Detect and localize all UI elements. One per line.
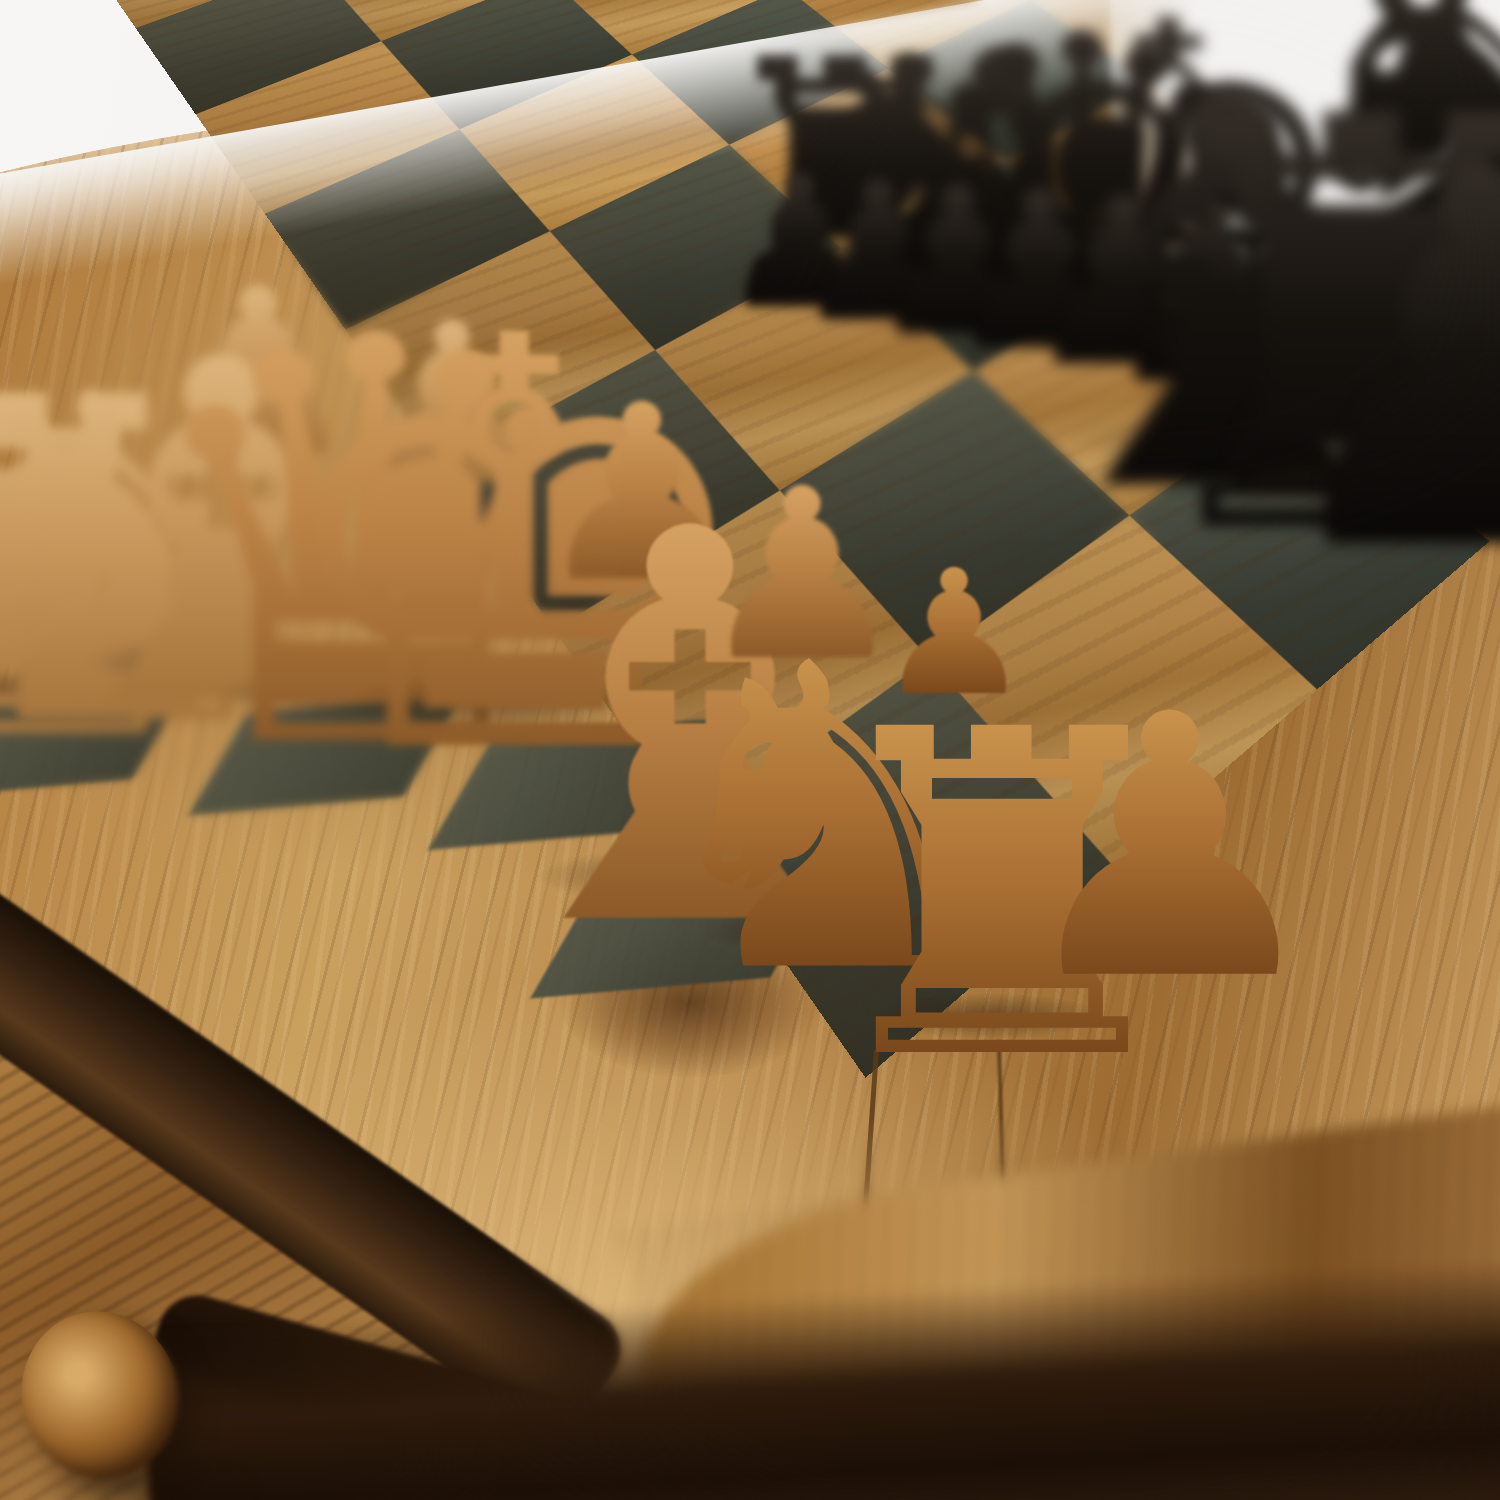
white-pawn-icon: ♟ xyxy=(1008,668,1333,1030)
black-pawn-icon: ♟ xyxy=(1247,102,1500,622)
product-photo-scene: ♜♞♝♛♚♟♟♟♟♟♟♟♞♝♜♟♟♜♞♝♟♛♚♟♝♟♞♟♜♟ xyxy=(0,0,1500,1500)
